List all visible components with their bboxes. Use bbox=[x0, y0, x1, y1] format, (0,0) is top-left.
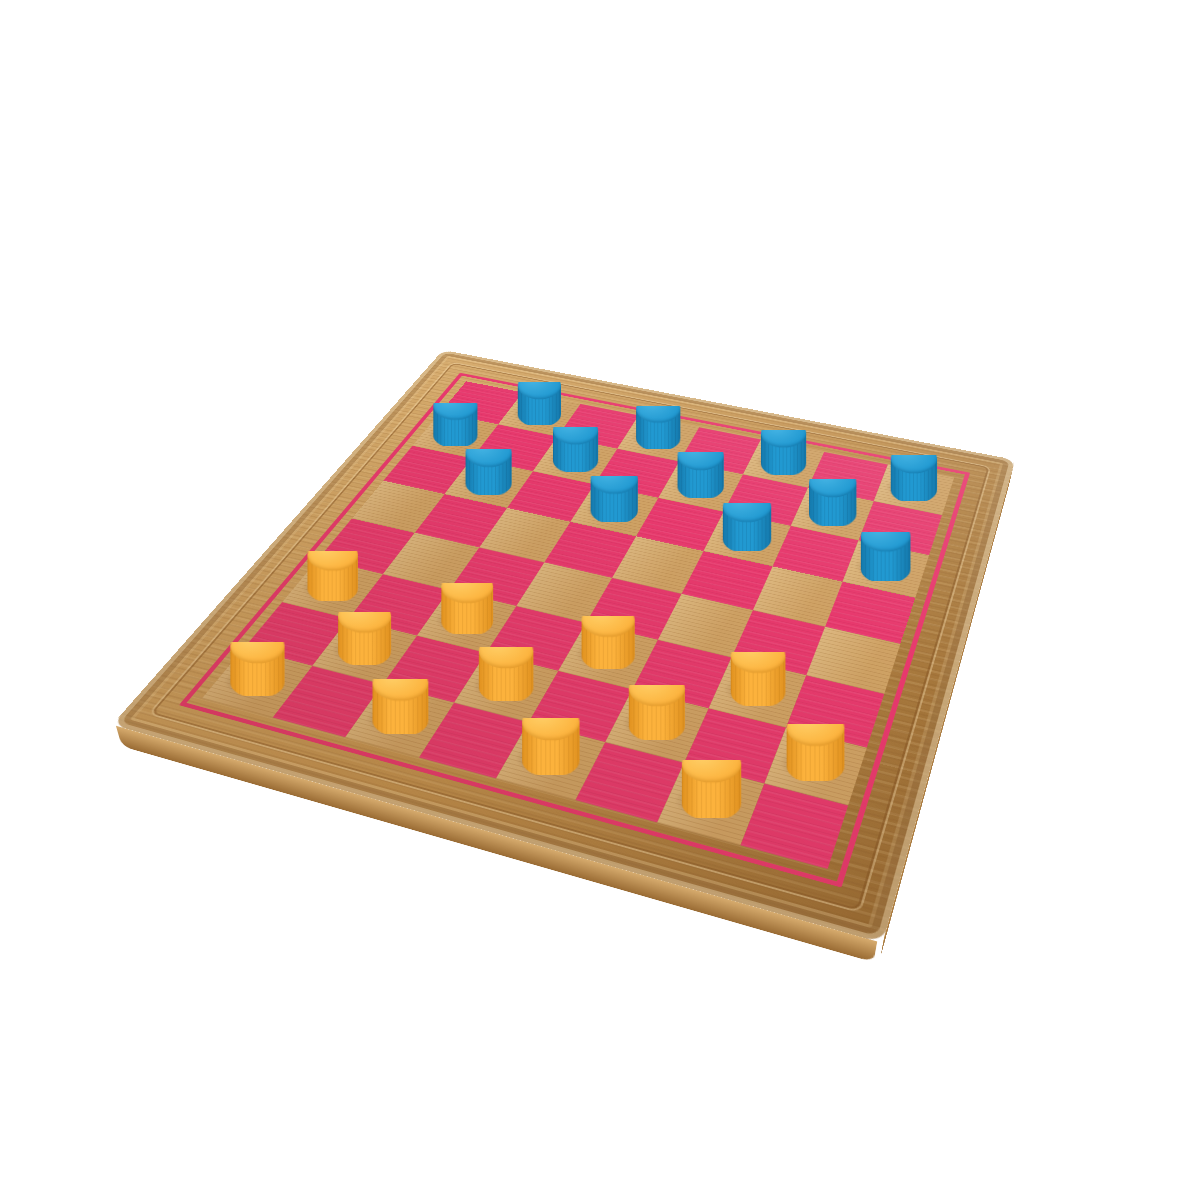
checker-top-face bbox=[441, 570, 493, 603]
checker-cylinder bbox=[582, 603, 635, 671]
checker-blue-f6[interactable] bbox=[712, 503, 782, 573]
checker-top-face bbox=[553, 416, 598, 445]
checker-top-face bbox=[809, 467, 856, 497]
checker-top-face bbox=[678, 441, 724, 471]
square-h6[interactable] bbox=[843, 540, 929, 598]
checker-top-face bbox=[434, 392, 478, 420]
board-surface bbox=[179, 373, 971, 888]
checker-top-face bbox=[518, 372, 561, 400]
checker-top-face bbox=[788, 709, 846, 746]
square-h8[interactable] bbox=[874, 465, 954, 515]
square-g5[interactable] bbox=[752, 566, 842, 626]
checker-cylinder bbox=[862, 520, 912, 583]
checker-top-face bbox=[891, 444, 937, 474]
checkers-board bbox=[112, 350, 1015, 943]
square-h5[interactable] bbox=[825, 582, 915, 644]
checker-top-face bbox=[522, 704, 579, 741]
checker-top-face bbox=[582, 603, 635, 637]
checker-top-face bbox=[731, 638, 786, 673]
checker-top-face bbox=[308, 539, 358, 571]
checker-top-face bbox=[480, 634, 534, 669]
checker-top-face bbox=[338, 599, 391, 633]
checker-top-face bbox=[682, 745, 741, 783]
checker-top-face bbox=[591, 464, 638, 494]
checker-top-face bbox=[466, 438, 512, 467]
checker-top-face bbox=[629, 670, 685, 706]
checker-top-face bbox=[761, 419, 806, 448]
checker-top-face bbox=[637, 395, 681, 423]
checker-top-face bbox=[372, 666, 428, 702]
checker-top-face bbox=[231, 629, 285, 664]
product-photo-background bbox=[0, 0, 1200, 1200]
checker-blue-h6[interactable] bbox=[850, 532, 922, 604]
checker-top-face bbox=[862, 520, 912, 552]
checker-top-face bbox=[723, 491, 771, 522]
